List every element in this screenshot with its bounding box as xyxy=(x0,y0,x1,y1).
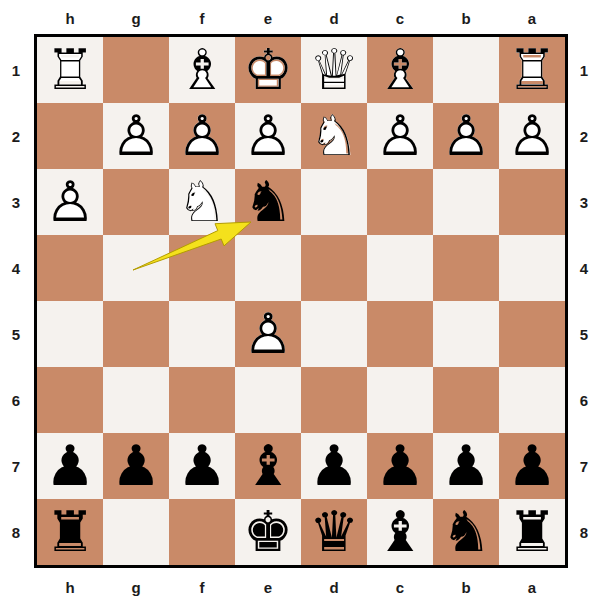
rank-label-right-1: 1 xyxy=(580,62,588,79)
piece-white-knight-f3: ♘ xyxy=(177,174,227,230)
square-c4[interactable] xyxy=(367,235,433,301)
square-a3[interactable] xyxy=(499,169,565,235)
piece-white-rook-a1: ♖ xyxy=(507,42,557,98)
square-d7[interactable]: ♟ xyxy=(301,433,367,499)
square-a7[interactable]: ♟ xyxy=(499,433,565,499)
rank-label-right-2: 2 xyxy=(580,128,588,145)
square-c6[interactable] xyxy=(367,367,433,433)
square-g2[interactable]: ♙ xyxy=(103,103,169,169)
piece-black-king-e8: ♚ xyxy=(243,504,293,560)
piece-black-pawn-c7: ♟ xyxy=(375,438,425,494)
square-d5[interactable] xyxy=(301,301,367,367)
board-grid: ♖♗♔♕♗♖♙♙♙♘♙♙♙♙♘♞♙♟♟♟♝♟♟♟♟♜♚♛♝♞♜ xyxy=(37,37,565,565)
square-g7[interactable]: ♟ xyxy=(103,433,169,499)
square-e5[interactable]: ♙ xyxy=(235,301,301,367)
file-label-bottom-h: h xyxy=(65,579,74,596)
file-label-top-d: d xyxy=(329,10,338,27)
rank-label-right-6: 6 xyxy=(580,392,588,409)
square-b6[interactable] xyxy=(433,367,499,433)
file-label-top-a: a xyxy=(528,10,536,27)
piece-black-pawn-g7: ♟ xyxy=(111,438,161,494)
square-f8[interactable] xyxy=(169,499,235,565)
square-g4[interactable] xyxy=(103,235,169,301)
square-b2[interactable]: ♙ xyxy=(433,103,499,169)
piece-white-king-e1: ♔ xyxy=(243,42,293,98)
square-c5[interactable] xyxy=(367,301,433,367)
square-h2[interactable] xyxy=(37,103,103,169)
square-c7[interactable]: ♟ xyxy=(367,433,433,499)
square-a6[interactable] xyxy=(499,367,565,433)
rank-label-left-1: 1 xyxy=(12,62,20,79)
square-b8[interactable]: ♞ xyxy=(433,499,499,565)
file-label-top-c: c xyxy=(396,10,404,27)
chess-board: ♖♗♔♕♗♖♙♙♙♘♙♙♙♙♘♞♙♟♟♟♝♟♟♟♟♜♚♛♝♞♜ xyxy=(34,34,568,568)
rank-label-left-3: 3 xyxy=(12,194,20,211)
file-label-bottom-d: d xyxy=(329,579,338,596)
square-a1[interactable]: ♖ xyxy=(499,37,565,103)
square-g8[interactable] xyxy=(103,499,169,565)
file-label-bottom-b: b xyxy=(461,579,470,596)
square-c2[interactable]: ♙ xyxy=(367,103,433,169)
square-d1[interactable]: ♕ xyxy=(301,37,367,103)
piece-white-pawn-b2: ♙ xyxy=(441,108,491,164)
file-label-bottom-c: c xyxy=(396,579,404,596)
piece-white-pawn-g2: ♙ xyxy=(111,108,161,164)
rank-label-left-6: 6 xyxy=(12,392,20,409)
square-e3[interactable]: ♞ xyxy=(235,169,301,235)
square-h8[interactable]: ♜ xyxy=(37,499,103,565)
piece-white-pawn-f2: ♙ xyxy=(177,108,227,164)
piece-black-pawn-h7: ♟ xyxy=(45,438,95,494)
rank-label-right-4: 4 xyxy=(580,260,588,277)
square-d8[interactable]: ♛ xyxy=(301,499,367,565)
square-c8[interactable]: ♝ xyxy=(367,499,433,565)
rank-label-right-7: 7 xyxy=(580,458,588,475)
square-b5[interactable] xyxy=(433,301,499,367)
file-label-top-f: f xyxy=(200,10,205,27)
square-h1[interactable]: ♖ xyxy=(37,37,103,103)
rank-label-right-5: 5 xyxy=(580,326,588,343)
square-f3[interactable]: ♘ xyxy=(169,169,235,235)
piece-black-knight-e3: ♞ xyxy=(243,174,293,230)
square-d3[interactable] xyxy=(301,169,367,235)
square-f6[interactable] xyxy=(169,367,235,433)
square-f7[interactable]: ♟ xyxy=(169,433,235,499)
piece-white-rook-h1: ♖ xyxy=(45,42,95,98)
file-label-bottom-e: e xyxy=(264,579,272,596)
square-g5[interactable] xyxy=(103,301,169,367)
square-a4[interactable] xyxy=(499,235,565,301)
piece-white-knight-d2: ♘ xyxy=(309,108,359,164)
piece-black-pawn-f7: ♟ xyxy=(177,438,227,494)
piece-black-pawn-b7: ♟ xyxy=(441,438,491,494)
rank-labels-right: 12345678 xyxy=(570,37,598,565)
square-c1[interactable]: ♗ xyxy=(367,37,433,103)
file-label-top-h: h xyxy=(65,10,74,27)
chess-diagram: hgfedcba 12345678 ♖♗♔♕♗♖♙♙♙♘♙♙♙♙♘♞♙♟♟♟♝♟… xyxy=(0,0,607,607)
file-label-bottom-a: a xyxy=(528,579,536,596)
square-h4[interactable] xyxy=(37,235,103,301)
piece-black-pawn-a7: ♟ xyxy=(507,438,557,494)
square-e2[interactable]: ♙ xyxy=(235,103,301,169)
piece-white-pawn-h3: ♙ xyxy=(45,174,95,230)
file-label-top-g: g xyxy=(131,10,140,27)
square-e4[interactable] xyxy=(235,235,301,301)
square-a2[interactable]: ♙ xyxy=(499,103,565,169)
piece-white-pawn-c2: ♙ xyxy=(375,108,425,164)
piece-white-pawn-e5: ♙ xyxy=(243,306,293,362)
file-label-top-b: b xyxy=(461,10,470,27)
file-labels-bottom: hgfedcba xyxy=(37,576,565,598)
rank-label-right-8: 8 xyxy=(580,524,588,541)
square-h6[interactable] xyxy=(37,367,103,433)
piece-black-rook-h8: ♜ xyxy=(45,504,95,560)
square-a5[interactable] xyxy=(499,301,565,367)
rank-label-left-8: 8 xyxy=(12,524,20,541)
piece-black-bishop-e7: ♝ xyxy=(243,438,293,494)
square-h3[interactable]: ♙ xyxy=(37,169,103,235)
piece-white-bishop-f1: ♗ xyxy=(177,42,227,98)
rank-label-right-3: 3 xyxy=(580,194,588,211)
piece-white-pawn-a2: ♙ xyxy=(507,108,557,164)
piece-black-queen-d8: ♛ xyxy=(309,504,359,560)
file-labels-top: hgfedcba xyxy=(37,7,565,29)
square-c3[interactable] xyxy=(367,169,433,235)
square-d6[interactable] xyxy=(301,367,367,433)
square-e7[interactable]: ♝ xyxy=(235,433,301,499)
piece-white-pawn-e2: ♙ xyxy=(243,108,293,164)
square-d2[interactable]: ♘ xyxy=(301,103,367,169)
square-g6[interactable] xyxy=(103,367,169,433)
square-d4[interactable] xyxy=(301,235,367,301)
square-b4[interactable] xyxy=(433,235,499,301)
square-f1[interactable]: ♗ xyxy=(169,37,235,103)
square-f4[interactable] xyxy=(169,235,235,301)
piece-white-bishop-c1: ♗ xyxy=(375,42,425,98)
piece-black-knight-b8: ♞ xyxy=(441,504,491,560)
square-f2[interactable]: ♙ xyxy=(169,103,235,169)
file-label-top-e: e xyxy=(264,10,272,27)
square-b1[interactable] xyxy=(433,37,499,103)
piece-white-queen-d1: ♕ xyxy=(309,42,359,98)
square-b7[interactable]: ♟ xyxy=(433,433,499,499)
rank-label-left-2: 2 xyxy=(12,128,20,145)
square-b3[interactable] xyxy=(433,169,499,235)
square-e6[interactable] xyxy=(235,367,301,433)
file-label-bottom-f: f xyxy=(200,579,205,596)
square-a8[interactable]: ♜ xyxy=(499,499,565,565)
piece-black-rook-a8: ♜ xyxy=(507,504,557,560)
square-f5[interactable] xyxy=(169,301,235,367)
piece-black-bishop-c8: ♝ xyxy=(375,504,425,560)
rank-labels-left: 12345678 xyxy=(2,37,30,565)
rank-label-left-5: 5 xyxy=(12,326,20,343)
piece-black-pawn-d7: ♟ xyxy=(309,438,359,494)
square-g1[interactable] xyxy=(103,37,169,103)
square-h7[interactable]: ♟ xyxy=(37,433,103,499)
rank-label-left-7: 7 xyxy=(12,458,20,475)
square-g3[interactable] xyxy=(103,169,169,235)
square-h5[interactable] xyxy=(37,301,103,367)
square-e8[interactable]: ♚ xyxy=(235,499,301,565)
rank-label-left-4: 4 xyxy=(12,260,20,277)
square-e1[interactable]: ♔ xyxy=(235,37,301,103)
file-label-bottom-g: g xyxy=(131,579,140,596)
